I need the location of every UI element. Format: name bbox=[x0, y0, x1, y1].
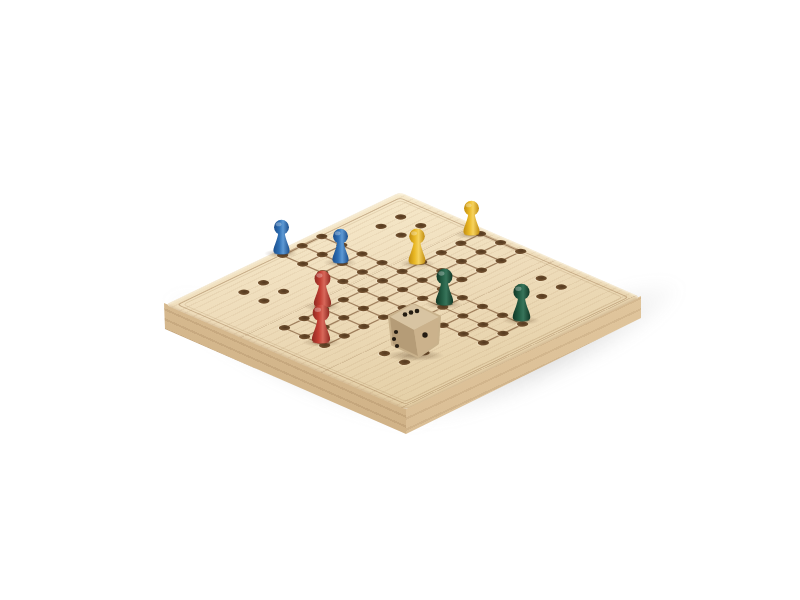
pieces-layer bbox=[0, 0, 800, 600]
peg-red[interactable] bbox=[308, 304, 334, 348]
peg-blue[interactable] bbox=[270, 219, 293, 259]
die[interactable] bbox=[388, 304, 442, 364]
peg-yellow[interactable] bbox=[405, 228, 429, 269]
peg-blue[interactable] bbox=[329, 228, 352, 268]
photo-stage bbox=[0, 0, 800, 600]
peg-yellow[interactable] bbox=[460, 200, 483, 240]
peg-green[interactable] bbox=[509, 283, 534, 326]
